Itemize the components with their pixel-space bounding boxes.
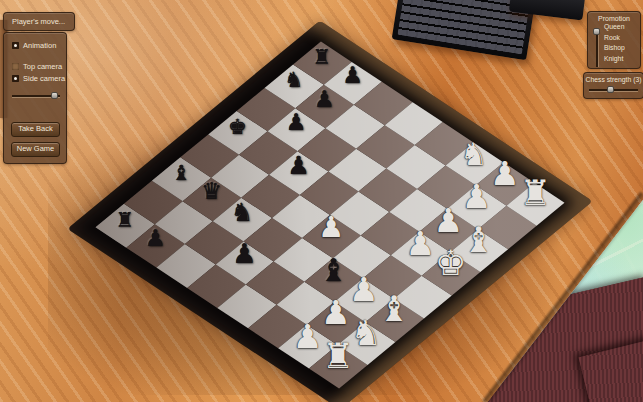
piece-white-pawn-d4[interactable]: ♟ bbox=[318, 213, 344, 242]
piece-black-pawn-a7[interactable]: ♟ bbox=[145, 227, 166, 250]
piece-white-pawn-c2[interactable]: ♟ bbox=[349, 273, 379, 306]
promotion-slider[interactable] bbox=[596, 29, 598, 67]
piece-black-king-e8[interactable]: ♚ bbox=[228, 116, 247, 137]
new-game-button[interactable]: New Game bbox=[11, 142, 60, 157]
checkbox-top-camera[interactable]: Top camera bbox=[12, 62, 66, 71]
piece-black-pawn-g7[interactable]: ♟ bbox=[314, 88, 335, 111]
checkbox-icon[interactable] bbox=[12, 63, 19, 70]
checkbox-icon[interactable] bbox=[12, 75, 19, 82]
piece-white-pawn-g2[interactable]: ♟ bbox=[462, 180, 492, 213]
piece-black-rook-a8[interactable]: ♜ bbox=[115, 209, 134, 230]
piece-white-pawn-b2[interactable]: ♟ bbox=[321, 296, 351, 329]
piece-black-queen-c7[interactable]: ♛ bbox=[201, 181, 222, 204]
piece-black-knight-c6[interactable]: ♞ bbox=[231, 199, 253, 224]
checkbox-label: Animation bbox=[23, 41, 56, 50]
promotion-option-rook[interactable]: Rook bbox=[604, 33, 640, 44]
piece-white-pawn-h2[interactable]: ♟ bbox=[490, 157, 520, 190]
piece-white-bishop-c1[interactable]: ♝ bbox=[379, 292, 410, 327]
piece-black-pawn-e6[interactable]: ♟ bbox=[287, 153, 309, 178]
checkbox-animation[interactable]: Animation bbox=[12, 41, 66, 50]
camera-zoom-slider[interactable] bbox=[12, 95, 60, 97]
piece-white-rook-h1[interactable]: ♜ bbox=[519, 176, 550, 211]
promotion-panel: Promotion Queen Rook Bishop Knight bbox=[587, 11, 641, 69]
status-bar: Player's move... bbox=[3, 12, 75, 31]
piece-white-knight-b1[interactable]: ♞ bbox=[350, 315, 381, 350]
piece-black-knight-g8[interactable]: ♞ bbox=[284, 69, 303, 90]
piece-black-pawn-b5[interactable]: ♟ bbox=[232, 241, 256, 268]
strength-slider[interactable] bbox=[589, 89, 638, 91]
slider-handle[interactable] bbox=[593, 28, 600, 35]
piece-white-knight-h3[interactable]: ♞ bbox=[460, 139, 488, 170]
promotion-option-bishop[interactable]: Bishop bbox=[604, 43, 640, 54]
piece-black-rook-h8[interactable]: ♜ bbox=[313, 46, 332, 67]
slider-handle[interactable] bbox=[51, 92, 58, 99]
piece-black-bishop-c3[interactable]: ♝ bbox=[320, 255, 348, 286]
piece-black-pawn-h7[interactable]: ♟ bbox=[342, 64, 363, 87]
piece-white-pawn-e2[interactable]: ♟ bbox=[405, 227, 435, 260]
checkbox-label: Top camera bbox=[23, 62, 62, 71]
checkbox-side-camera[interactable]: Side camera bbox=[12, 74, 66, 83]
promotion-title: Promotion bbox=[588, 15, 640, 22]
take-back-button[interactable]: Take Back bbox=[11, 122, 60, 137]
slider-handle[interactable] bbox=[607, 86, 614, 93]
control-panel: Animation Top camera Side camera Take Ba… bbox=[3, 32, 67, 164]
promotion-option-queen[interactable]: Queen bbox=[604, 22, 640, 33]
promotion-option-knight[interactable]: Knight bbox=[604, 54, 640, 65]
strength-panel: Chess strength (3) bbox=[583, 72, 643, 99]
piece-white-rook-a1[interactable]: ♜ bbox=[322, 338, 353, 373]
piece-black-pawn-f7[interactable]: ♟ bbox=[286, 111, 307, 134]
piece-white-bishop-f1[interactable]: ♝ bbox=[463, 222, 494, 257]
piece-white-king-e1[interactable]: ♚ bbox=[435, 245, 466, 280]
piece-black-bishop-c8[interactable]: ♝ bbox=[172, 162, 191, 183]
strength-label: Chess strength (3) bbox=[584, 76, 643, 83]
checkbox-label: Side camera bbox=[23, 74, 65, 83]
checkbox-icon[interactable] bbox=[12, 42, 19, 49]
status-text: Player's move... bbox=[12, 17, 65, 26]
piece-white-pawn-a2[interactable]: ♟ bbox=[293, 320, 323, 353]
piece-white-pawn-f2[interactable]: ♟ bbox=[434, 203, 464, 236]
